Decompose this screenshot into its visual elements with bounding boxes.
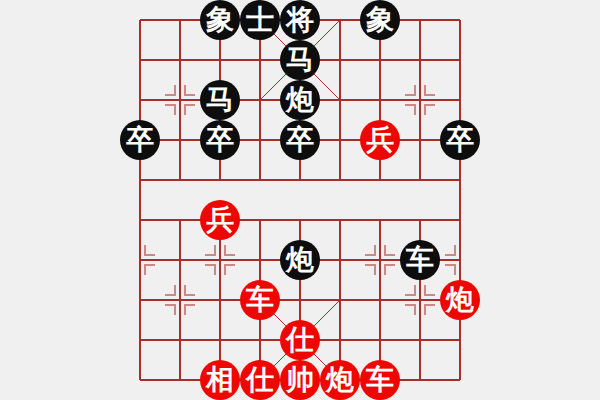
- piece-red-相[interactable]: 相: [200, 360, 240, 400]
- piece-red-炮[interactable]: 炮: [320, 360, 360, 400]
- piece-black-士[interactable]: 士: [240, 0, 280, 40]
- piece-black-马[interactable]: 马: [200, 80, 240, 120]
- piece-red-帅[interactable]: 帅: [280, 360, 320, 400]
- piece-red-仕[interactable]: 仕: [280, 320, 320, 360]
- piece-red-炮[interactable]: 炮: [440, 280, 480, 320]
- xiangqi-board: 象士将象马马炮卒卒卒兵卒兵炮车车炮仕相仕帅炮车: [120, 0, 480, 400]
- piece-red-车[interactable]: 车: [240, 280, 280, 320]
- piece-black-炮[interactable]: 炮: [280, 80, 320, 120]
- piece-black-卒[interactable]: 卒: [200, 120, 240, 160]
- piece-red-兵[interactable]: 兵: [200, 200, 240, 240]
- piece-red-仕[interactable]: 仕: [240, 360, 280, 400]
- piece-black-象[interactable]: 象: [200, 0, 240, 40]
- piece-black-卒[interactable]: 卒: [120, 120, 160, 160]
- piece-black-车[interactable]: 车: [400, 240, 440, 280]
- piece-black-马[interactable]: 马: [280, 40, 320, 80]
- piece-black-炮[interactable]: 炮: [280, 240, 320, 280]
- piece-black-卒[interactable]: 卒: [440, 120, 480, 160]
- xiangqi-app-screen: 象士将象马马炮卒卒卒兵卒兵炮车车炮仕相仕帅炮车: [0, 0, 600, 400]
- piece-black-象[interactable]: 象: [360, 0, 400, 40]
- piece-black-卒[interactable]: 卒: [280, 120, 320, 160]
- piece-black-将[interactable]: 将: [280, 0, 320, 40]
- piece-red-兵[interactable]: 兵: [360, 120, 400, 160]
- piece-red-车[interactable]: 车: [360, 360, 400, 400]
